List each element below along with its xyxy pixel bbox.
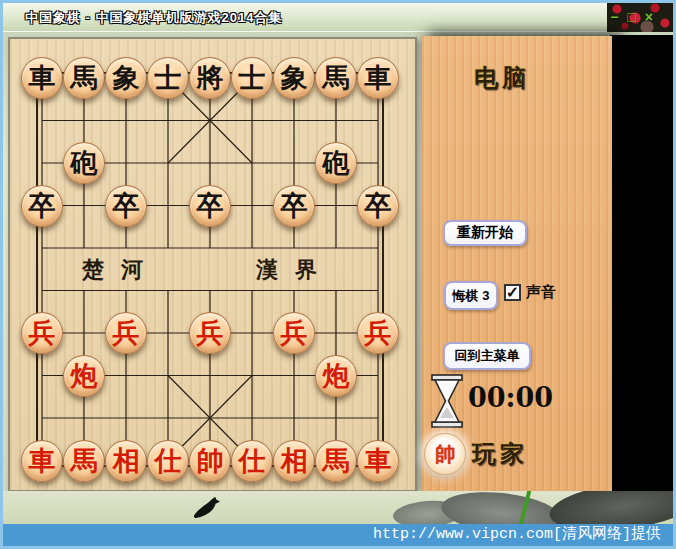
piece-red-兵[interactable]: 兵 — [273, 312, 315, 354]
piece-red-炮[interactable]: 炮 — [315, 355, 357, 397]
piece-red-仕[interactable]: 仕 — [147, 440, 189, 482]
title-bar: 中国象棋 - 中国象棋单机版游戏2014合集 − □ × — [3, 3, 673, 32]
piece-red-兵[interactable]: 兵 — [21, 312, 63, 354]
piece-black-卒[interactable]: 卒 — [357, 185, 399, 227]
piece-black-卒[interactable]: 卒 — [273, 185, 315, 227]
piece-black-卒[interactable]: 卒 — [21, 185, 63, 227]
piece-black-將[interactable]: 將 — [189, 57, 231, 99]
piece-red-仕[interactable]: 仕 — [231, 440, 273, 482]
minimize-button[interactable]: − — [610, 10, 618, 24]
app-window: 中国象棋 - 中国象棋单机版游戏2014合集 − □ × 楚河 漢界 — [0, 0, 676, 549]
player-piece-icon: 帥 — [424, 433, 466, 475]
maximize-button[interactable]: □ — [627, 10, 635, 24]
restart-button[interactable]: 重新开始 — [443, 220, 527, 246]
opponent-label: 电脑 — [474, 62, 530, 94]
sound-label: 声音 — [526, 283, 556, 302]
lotus-leaf-icon — [547, 491, 673, 524]
piece-black-士[interactable]: 士 — [147, 57, 189, 99]
piece-black-砲[interactable]: 砲 — [315, 142, 357, 184]
piece-black-卒[interactable]: 卒 — [189, 185, 231, 227]
piece-red-車[interactable]: 車 — [357, 440, 399, 482]
sound-option: ✓ 声音 — [504, 283, 556, 302]
piece-red-兵[interactable]: 兵 — [357, 312, 399, 354]
piece-black-砲[interactable]: 砲 — [63, 142, 105, 184]
piece-red-兵[interactable]: 兵 — [189, 312, 231, 354]
main-menu-button[interactable]: 回到主菜单 — [443, 342, 531, 370]
undo-button[interactable]: 悔棋 3 — [444, 281, 498, 310]
piece-red-炮[interactable]: 炮 — [63, 355, 105, 397]
window-title: 中国象棋 - 中国象棋单机版游戏2014合集 — [25, 9, 282, 27]
piece-red-馬[interactable]: 馬 — [63, 440, 105, 482]
piece-black-馬[interactable]: 馬 — [63, 57, 105, 99]
piece-black-車[interactable]: 車 — [21, 57, 63, 99]
pieces-grid: 車馬象士將士象馬車砲砲卒卒卒卒卒兵兵兵兵兵炮炮車馬相仕帥仕相馬車 — [21, 57, 399, 482]
sound-checkbox[interactable]: ✓ — [504, 284, 521, 301]
lotus-leaf-icon — [439, 491, 563, 524]
fish-icon — [191, 496, 223, 524]
piece-black-士[interactable]: 士 — [231, 57, 273, 99]
piece-black-馬[interactable]: 馬 — [315, 57, 357, 99]
xiangqi-board[interactable]: 楚河 漢界 車馬象士將士象馬車砲砲卒卒卒卒卒兵兵兵兵兵炮炮車馬相仕帥仕相馬車 — [8, 37, 417, 492]
close-button[interactable]: × — [645, 10, 653, 24]
piece-red-兵[interactable]: 兵 — [105, 312, 147, 354]
piece-black-象[interactable]: 象 — [105, 57, 147, 99]
piece-black-車[interactable]: 車 — [357, 57, 399, 99]
credit-text: http://www.vipcn.com[清风网络]提供 — [373, 526, 661, 543]
piece-black-卒[interactable]: 卒 — [105, 185, 147, 227]
control-panel: 电脑 重新开始 悔棋 3 ✓ 声音 回到主菜单 00:00 帥 玩家 — [422, 36, 612, 493]
hourglass-icon — [430, 374, 464, 428]
piece-red-馬[interactable]: 馬 — [315, 440, 357, 482]
piece-red-相[interactable]: 相 — [273, 440, 315, 482]
piece-red-車[interactable]: 車 — [21, 440, 63, 482]
window-controls: − □ × — [610, 10, 653, 24]
credit-bar: http://www.vipcn.com[清风网络]提供 — [3, 524, 673, 546]
side-black-area — [610, 35, 673, 493]
piece-black-象[interactable]: 象 — [273, 57, 315, 99]
piece-red-相[interactable]: 相 — [105, 440, 147, 482]
timer-display: 00:00 — [468, 382, 553, 413]
background-scene — [3, 491, 673, 524]
piece-red-帥[interactable]: 帥 — [189, 440, 231, 482]
player-label: 玩家 — [472, 438, 528, 470]
